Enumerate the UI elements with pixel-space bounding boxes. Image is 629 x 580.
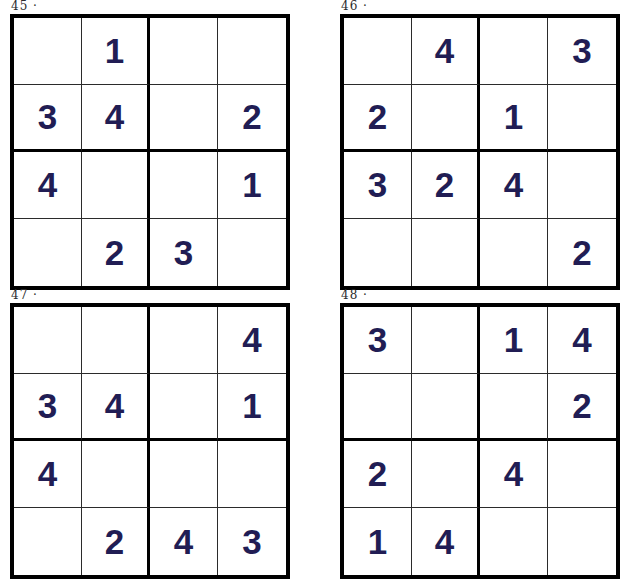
sudoku-cell[interactable] — [412, 441, 480, 508]
sudoku-cell[interactable] — [344, 18, 412, 85]
sudoku-cell[interactable]: 4 — [14, 152, 82, 219]
sudoku-grid-47: 4 3 4 1 4 2 4 3 — [10, 303, 290, 579]
puzzle-47: 47 · 4 3 4 1 4 2 4 3 — [10, 289, 290, 579]
sudoku-cell[interactable]: 2 — [82, 219, 150, 286]
sudoku-cell[interactable]: 3 — [344, 152, 412, 219]
sudoku-cell[interactable] — [150, 307, 218, 374]
sudoku-cell[interactable]: 2 — [548, 374, 616, 441]
sudoku-cell[interactable]: 2 — [218, 85, 286, 152]
sudoku-cell[interactable] — [14, 307, 82, 374]
sudoku-cell[interactable]: 1 — [218, 374, 286, 441]
sudoku-cell[interactable]: 4 — [412, 18, 480, 85]
sudoku-cell[interactable] — [150, 441, 218, 508]
sudoku-cell[interactable] — [480, 374, 548, 441]
sudoku-cell[interactable]: 2 — [412, 152, 480, 219]
sudoku-cell[interactable]: 4 — [480, 152, 548, 219]
puzzle-46: 46 · 4 3 2 1 3 2 4 2 — [340, 0, 620, 290]
sudoku-cell[interactable] — [412, 85, 480, 152]
sudoku-cell[interactable] — [218, 441, 286, 508]
sudoku-cell[interactable] — [14, 219, 82, 286]
puzzle-number-label: 47 · — [10, 289, 290, 303]
sudoku-cell[interactable]: 1 — [82, 18, 150, 85]
sudoku-cell[interactable]: 1 — [344, 508, 412, 575]
sudoku-cell[interactable]: 1 — [480, 85, 548, 152]
sudoku-grid-45: 1 3 4 2 4 1 2 3 — [10, 14, 290, 290]
sudoku-cell[interactable] — [548, 152, 616, 219]
sudoku-cell[interactable] — [14, 508, 82, 575]
sudoku-cell[interactable] — [150, 18, 218, 85]
sudoku-cell[interactable]: 1 — [218, 152, 286, 219]
sudoku-cell[interactable] — [412, 374, 480, 441]
puzzle-number-label: 46 · — [340, 0, 620, 14]
sudoku-cell[interactable] — [412, 307, 480, 374]
sudoku-cell[interactable] — [548, 441, 616, 508]
sudoku-cell[interactable] — [412, 219, 480, 286]
sudoku-cell[interactable] — [480, 508, 548, 575]
sudoku-cell[interactable] — [82, 152, 150, 219]
puzzle-number-label: 45 · — [10, 0, 290, 14]
sudoku-cell[interactable]: 4 — [412, 508, 480, 575]
sudoku-cell[interactable]: 3 — [150, 219, 218, 286]
sudoku-cell[interactable]: 4 — [14, 441, 82, 508]
sudoku-cell[interactable]: 1 — [480, 307, 548, 374]
sudoku-cell[interactable] — [344, 219, 412, 286]
puzzle-number-label: 48 · — [340, 289, 620, 303]
sudoku-cell[interactable] — [14, 18, 82, 85]
sudoku-cell[interactable]: 2 — [344, 441, 412, 508]
sudoku-cell[interactable] — [82, 441, 150, 508]
puzzle-48: 48 · 3 1 4 2 2 4 1 4 — [340, 289, 620, 579]
puzzle-45: 45 · 1 3 4 2 4 1 2 3 — [10, 0, 290, 290]
sudoku-cell[interactable] — [150, 374, 218, 441]
sudoku-cell[interactable] — [480, 219, 548, 286]
sudoku-cell[interactable]: 2 — [344, 85, 412, 152]
sudoku-cell[interactable] — [150, 152, 218, 219]
sudoku-cell[interactable]: 4 — [480, 441, 548, 508]
sudoku-cell[interactable]: 3 — [218, 508, 286, 575]
sudoku-cell[interactable]: 3 — [14, 374, 82, 441]
sudoku-grid-46: 4 3 2 1 3 2 4 2 — [340, 14, 620, 290]
sudoku-cell[interactable]: 4 — [548, 307, 616, 374]
sudoku-cell[interactable]: 2 — [82, 508, 150, 575]
sudoku-cell[interactable]: 4 — [82, 374, 150, 441]
sudoku-cell[interactable] — [150, 85, 218, 152]
sudoku-cell[interactable] — [548, 508, 616, 575]
sudoku-cell[interactable] — [548, 85, 616, 152]
sudoku-cell[interactable] — [218, 18, 286, 85]
sudoku-grid-48: 3 1 4 2 2 4 1 4 — [340, 303, 620, 579]
sudoku-cell[interactable] — [344, 374, 412, 441]
sudoku-cell[interactable]: 4 — [150, 508, 218, 575]
sudoku-cell[interactable]: 4 — [218, 307, 286, 374]
sudoku-cell[interactable] — [218, 219, 286, 286]
sudoku-cell[interactable]: 3 — [14, 85, 82, 152]
sudoku-cell[interactable]: 2 — [548, 219, 616, 286]
sudoku-cell[interactable]: 3 — [548, 18, 616, 85]
sudoku-cell[interactable]: 3 — [344, 307, 412, 374]
sudoku-cell[interactable] — [480, 18, 548, 85]
sudoku-cell[interactable] — [82, 307, 150, 374]
sudoku-cell[interactable]: 4 — [82, 85, 150, 152]
